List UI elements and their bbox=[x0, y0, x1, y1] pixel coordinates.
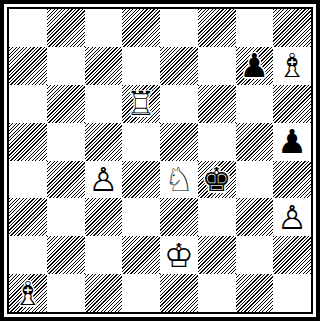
square-c3[interactable] bbox=[85, 198, 123, 236]
square-a7[interactable] bbox=[9, 47, 47, 85]
square-e4[interactable]: ♞♘ bbox=[160, 161, 198, 199]
square-f6[interactable] bbox=[198, 85, 236, 123]
piece-black-pawn[interactable]: ♟♟ bbox=[236, 47, 274, 85]
square-h1[interactable] bbox=[273, 274, 311, 312]
square-e8[interactable] bbox=[160, 9, 198, 47]
square-d6[interactable]: ♜♖ bbox=[122, 85, 160, 123]
white-king-icon: ♔ bbox=[164, 239, 194, 272]
square-d5[interactable] bbox=[122, 123, 160, 161]
square-d3[interactable] bbox=[122, 198, 160, 236]
white-pawn-icon: ♙ bbox=[89, 163, 119, 196]
white-bishop-icon: ♗ bbox=[13, 277, 43, 310]
square-h4[interactable] bbox=[273, 161, 311, 199]
black-pawn-icon: ♟ bbox=[277, 125, 307, 158]
square-f1[interactable] bbox=[198, 274, 236, 312]
square-b1[interactable] bbox=[47, 274, 85, 312]
square-h2[interactable] bbox=[273, 236, 311, 274]
white-rook-icon: ♖ bbox=[126, 87, 156, 120]
square-g3[interactable] bbox=[236, 198, 274, 236]
black-king-icon: ♚ bbox=[202, 163, 232, 196]
chessboard-grid: ♟♟♝♗♜♖♟♟♟♙♞♘♚♚♟♙♚♔♝♗ bbox=[7, 7, 313, 314]
square-a3[interactable] bbox=[9, 198, 47, 236]
square-d4[interactable] bbox=[122, 161, 160, 199]
square-b6[interactable] bbox=[47, 85, 85, 123]
square-b7[interactable] bbox=[47, 47, 85, 85]
square-c4[interactable]: ♟♙ bbox=[85, 161, 123, 199]
square-d8[interactable] bbox=[122, 9, 160, 47]
square-h6[interactable] bbox=[273, 85, 311, 123]
square-c2[interactable] bbox=[85, 236, 123, 274]
piece-white-pawn[interactable]: ♟♙ bbox=[273, 198, 311, 236]
square-f5[interactable] bbox=[198, 123, 236, 161]
square-b3[interactable] bbox=[47, 198, 85, 236]
piece-white-bishop[interactable]: ♝♗ bbox=[273, 47, 311, 85]
square-c5[interactable] bbox=[85, 123, 123, 161]
piece-black-king[interactable]: ♚♚ bbox=[198, 161, 236, 199]
white-bishop-icon: ♗ bbox=[277, 49, 307, 82]
square-d1[interactable] bbox=[122, 274, 160, 312]
square-b4[interactable] bbox=[47, 161, 85, 199]
square-g5[interactable] bbox=[236, 123, 274, 161]
square-b5[interactable] bbox=[47, 123, 85, 161]
square-h8[interactable] bbox=[273, 9, 311, 47]
square-b8[interactable] bbox=[47, 9, 85, 47]
white-knight-icon: ♘ bbox=[164, 163, 194, 196]
square-e1[interactable] bbox=[160, 274, 198, 312]
piece-white-pawn[interactable]: ♟♙ bbox=[85, 161, 123, 199]
square-c8[interactable] bbox=[85, 9, 123, 47]
square-f2[interactable] bbox=[198, 236, 236, 274]
square-g2[interactable] bbox=[236, 236, 274, 274]
square-f4[interactable]: ♚♚ bbox=[198, 161, 236, 199]
square-g6[interactable] bbox=[236, 85, 274, 123]
square-f8[interactable] bbox=[198, 9, 236, 47]
square-e2[interactable]: ♚♔ bbox=[160, 236, 198, 274]
square-d7[interactable] bbox=[122, 47, 160, 85]
black-pawn-icon: ♟ bbox=[240, 49, 270, 82]
square-a8[interactable] bbox=[9, 9, 47, 47]
piece-white-rook[interactable]: ♜♖ bbox=[122, 85, 160, 123]
square-h7[interactable]: ♝♗ bbox=[273, 47, 311, 85]
square-c6[interactable] bbox=[85, 85, 123, 123]
square-g7[interactable]: ♟♟ bbox=[236, 47, 274, 85]
square-d2[interactable] bbox=[122, 236, 160, 274]
square-c1[interactable] bbox=[85, 274, 123, 312]
square-c7[interactable] bbox=[85, 47, 123, 85]
square-e7[interactable] bbox=[160, 47, 198, 85]
square-a2[interactable] bbox=[9, 236, 47, 274]
square-a4[interactable] bbox=[9, 161, 47, 199]
piece-white-bishop[interactable]: ♝♗ bbox=[9, 274, 47, 312]
square-g8[interactable] bbox=[236, 9, 274, 47]
square-f7[interactable] bbox=[198, 47, 236, 85]
chessboard: ♟♟♝♗♜♖♟♟♟♙♞♘♚♚♟♙♚♔♝♗ bbox=[0, 0, 320, 321]
square-e6[interactable] bbox=[160, 85, 198, 123]
white-pawn-icon: ♙ bbox=[277, 201, 307, 234]
square-h3[interactable]: ♟♙ bbox=[273, 198, 311, 236]
square-b2[interactable] bbox=[47, 236, 85, 274]
square-e3[interactable] bbox=[160, 198, 198, 236]
square-e5[interactable] bbox=[160, 123, 198, 161]
piece-white-king[interactable]: ♚♔ bbox=[160, 236, 198, 274]
square-g4[interactable] bbox=[236, 161, 274, 199]
square-a5[interactable] bbox=[9, 123, 47, 161]
square-a6[interactable] bbox=[9, 85, 47, 123]
square-f3[interactable] bbox=[198, 198, 236, 236]
piece-black-pawn[interactable]: ♟♟ bbox=[273, 123, 311, 161]
square-a1[interactable]: ♝♗ bbox=[9, 274, 47, 312]
square-h5[interactable]: ♟♟ bbox=[273, 123, 311, 161]
piece-white-knight[interactable]: ♞♘ bbox=[160, 161, 198, 199]
square-g1[interactable] bbox=[236, 274, 274, 312]
